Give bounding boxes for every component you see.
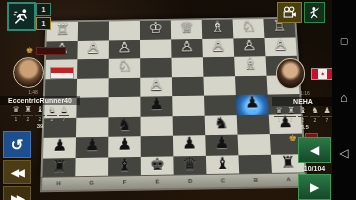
square-g6[interactable] [76,117,108,137]
white-piece-n: ♘ [117,59,132,74]
square-e6[interactable] [141,116,173,136]
captured-knight: ♞2 [310,107,320,123]
square-g7[interactable]: ♟ [76,137,109,158]
square-d5[interactable] [172,96,204,116]
square-g2[interactable]: ♙ [77,40,108,59]
previous-move-button[interactable]: ◀ [298,137,331,163]
white-piece-r: ♖ [55,22,70,37]
playback-right-controls: ◀ 10/104 ▶ [299,137,330,200]
black-piece-p: ♟ [117,137,132,153]
square-e2[interactable] [140,39,171,58]
player-panel-black: ✶ 1:16 NEHA ♛1♜2♝2♞2♟7 38.5 ♚ [272,56,334,144]
runner-button[interactable] [7,2,36,31]
knight-count: 2 [47,115,57,122]
square-d6[interactable] [173,115,206,135]
pawn-count: 7 [322,116,332,123]
square-g4[interactable] [77,78,109,98]
bishop-count: 2 [35,115,45,122]
home-button[interactable]: ⌂ [332,90,356,105]
captured-bishop: ♝2 [35,106,45,122]
black-piece-p: ♟ [214,135,230,151]
white-material-total: 39 [0,123,80,129]
back-button[interactable]: ◁ [332,146,356,160]
black-piece-p: ♟ [149,97,164,113]
score-badge-top: 1 [36,3,51,16]
knight-icon: ♞ [47,106,57,114]
square-d2[interactable]: ♙ [171,39,203,58]
rook-icon: ♜ [23,106,33,114]
square-b2[interactable]: ♙ [233,38,265,57]
rook-icon: ♜ [286,107,296,115]
bishop-icon: ♝ [35,106,45,114]
black-piece-k: ♚ [150,156,165,172]
black-piece-r: ♜ [51,158,67,174]
rotate-board-button[interactable]: ↺ [3,131,31,158]
black-piece-p: ♟ [182,136,197,152]
white-piece-p: ♙ [211,38,226,53]
maple-leaf-icon: ✶ [320,71,325,77]
video-camera-icon [282,6,298,19]
square-c1[interactable]: ♗ [202,20,234,39]
white-piece-n: ♘ [241,19,256,34]
square-h1[interactable]: ♖ [47,22,78,41]
playback-left-controls: ↺ ◀◀ ▶▶ [3,131,31,200]
captured-queen: ♛1 [274,107,284,123]
black-player-name: NEHA [272,97,334,106]
runner-icon [13,8,30,25]
square-e3[interactable] [140,58,172,78]
square-f6[interactable]: ♞ [108,116,140,136]
square-c6[interactable]: ♞ [205,115,238,135]
square-c5[interactable] [204,95,237,115]
square-e7[interactable] [141,136,174,157]
captured-pawn: ♟7 [322,107,332,123]
next-move-button[interactable]: ▶ [298,174,331,200]
file-label-d: D [174,175,207,188]
crown-badge-icon: ♚ [288,134,296,143]
captured-knight: ♞2 [47,106,57,122]
white-piece-p: ♙ [149,77,164,93]
indonesia-flag [50,67,74,79]
rook-count: 2 [286,116,296,123]
bishop-count: 2 [298,116,308,123]
square-g1[interactable] [78,21,109,40]
black-piece-n: ♞ [213,115,228,131]
black-piece-b: ♝ [117,157,132,173]
title-banner [36,47,66,55]
challenge-button[interactable] [304,2,325,23]
chess-board[interactable]: ♖♔♕♗♘♖♙♙♙♙♙♙♙♘♗♙♟♟♞♞♟♟♟♟♟♟♜♝♚♛♝♜ [40,17,306,179]
black-piece-n: ♞ [117,117,132,133]
square-b3[interactable]: ♗ [234,56,266,76]
score-badge-bottom: 1 [36,17,51,30]
white-piece-p: ♙ [180,39,195,54]
white-piece-q: ♕ [179,20,194,35]
white-piece-p: ♙ [117,40,131,55]
game-screen: ♖♔♕♗♘♖♙♙♙♙♙♙♙♘♗♙♟♟♞♞♟♟♟♟♟♟♜♝♚♛♝♜ HGFEDCB… [0,0,356,200]
square-e5[interactable]: ♟ [140,96,172,116]
file-label-c: C [206,174,239,187]
knight-count: 2 [310,116,320,123]
bishop-icon: ♝ [298,107,308,115]
black-piece-r: ♜ [280,154,296,170]
white-piece-p: ♙ [242,38,257,53]
black-piece-b: ♝ [215,155,231,171]
fast-forward-button[interactable]: ▶▶ [3,186,31,200]
android-nav-bar: ▢ ⌂ ◁ [332,0,356,200]
rewind-button[interactable]: ◀◀ [3,160,31,184]
fighter-icon [308,6,322,20]
square-f5[interactable] [108,97,140,117]
square-b4[interactable] [235,75,268,95]
file-label-f: F [108,176,141,189]
square-c3[interactable] [203,57,235,77]
square-b6[interactable] [237,114,270,134]
queen-icon: ♛ [11,106,21,114]
record-video-button[interactable] [277,2,302,23]
captured-rook: ♜2 [23,106,33,122]
crown-icon: ♚ [26,47,33,55]
square-f2[interactable]: ♙ [109,40,140,59]
black-player-stat: 1:16 [272,90,338,96]
pawn-icon: ♟ [59,106,69,114]
square-f7[interactable]: ♟ [108,136,141,157]
square-c7[interactable]: ♟ [205,135,238,156]
captured-rook: ♜2 [286,107,296,123]
file-label-e: E [141,176,174,189]
knight-icon: ♞ [310,107,320,115]
file-label-b: B [239,174,272,187]
recents-button[interactable]: ▢ [332,36,356,46]
square-d4[interactable] [172,76,204,96]
white-material-row: ♛1♜2♝2♞2♟7 [0,106,80,122]
square-b5[interactable]: ♟ [236,95,269,115]
white-piece-p: ♙ [86,40,101,55]
square-f4[interactable] [109,77,141,97]
canada-flag: ✶ [311,68,334,80]
white-piece-b: ♗ [243,57,258,72]
square-f3[interactable]: ♘ [109,58,141,78]
queen-count: 1 [11,115,21,122]
black-material-row: ♛1♜2♝2♞2♟7 [272,107,334,123]
black-material-total: 38.5 [272,124,334,130]
square-g3[interactable] [77,59,109,79]
square-d7[interactable]: ♟ [173,135,206,156]
board-file-labels: HGFEDCBA [40,172,308,192]
file-label-g: G [75,177,108,190]
queen-count: 1 [274,116,284,123]
black-piece-q: ♛ [182,156,197,172]
white-player-name: EccentricRunner40 [0,96,80,105]
file-label-h: H [42,177,75,190]
avatar-white-player[interactable] [13,57,44,88]
player-panel-white: ♚ 1:48 EccentricRunner40 ♛1♜2♝2♞2♟7 39 [0,46,80,129]
avatar-black-player[interactable] [276,58,305,89]
square-g5[interactable] [76,97,108,117]
white-piece-p: ♙ [273,37,288,52]
captured-queen: ♛1 [11,106,21,122]
black-piece-p: ♟ [52,138,67,154]
square-c4[interactable] [203,76,235,96]
pawn-count: 7 [59,115,69,122]
captured-pawn: ♟7 [59,106,69,122]
square-f1[interactable] [109,21,140,40]
black-piece-p: ♟ [84,137,99,153]
square-a2[interactable]: ♙ [264,37,296,56]
rook-count: 2 [23,115,33,122]
queen-icon: ♛ [274,107,284,115]
square-e1[interactable]: ♔ [140,21,171,40]
square-d1[interactable]: ♕ [171,20,202,39]
move-counter: 10/104 [304,165,325,172]
white-piece-b: ♗ [210,20,225,35]
square-e4[interactable]: ♙ [140,77,172,97]
square-h7[interactable]: ♟ [43,137,76,158]
white-player-stat: 1:48 [0,89,66,95]
captured-bishop: ♝2 [298,107,308,123]
black-piece-p: ♟ [244,95,259,111]
pawn-icon: ♟ [322,107,332,115]
square-b1[interactable]: ♘ [233,19,265,38]
white-piece-k: ♔ [148,21,163,36]
square-c2[interactable]: ♙ [202,38,234,57]
square-d3[interactable] [171,57,203,77]
square-b7[interactable] [238,134,271,155]
